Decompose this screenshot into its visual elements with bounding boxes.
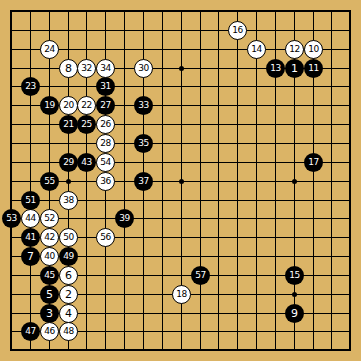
stone-white-24[interactable]: 24 xyxy=(40,40,59,59)
move-number: 18 xyxy=(176,290,186,299)
move-number: 4 xyxy=(65,308,72,319)
stone-black-1[interactable]: 1 xyxy=(285,59,304,78)
stone-white-22[interactable]: 22 xyxy=(77,96,96,115)
stone-black-53[interactable]: 53 xyxy=(2,209,21,228)
star-point xyxy=(292,292,297,297)
move-number: 10 xyxy=(308,45,318,54)
move-number: 27 xyxy=(100,101,110,110)
stone-white-10[interactable]: 10 xyxy=(304,40,323,59)
grid-line-vertical xyxy=(200,11,201,350)
move-number: 46 xyxy=(44,327,54,336)
move-number: 39 xyxy=(119,214,129,223)
move-number: 48 xyxy=(63,327,73,336)
stone-black-13[interactable]: 13 xyxy=(266,59,285,78)
move-number: 29 xyxy=(63,158,73,167)
move-number: 41 xyxy=(25,233,35,242)
move-number: 40 xyxy=(44,252,54,261)
move-number: 43 xyxy=(81,158,91,167)
stone-white-46[interactable]: 46 xyxy=(40,322,59,341)
stone-black-29[interactable]: 29 xyxy=(59,153,78,172)
move-number: 32 xyxy=(81,64,91,73)
move-number: 30 xyxy=(138,64,148,73)
stone-white-52[interactable]: 52 xyxy=(40,209,59,228)
stone-black-23[interactable]: 23 xyxy=(21,77,40,96)
move-number: 42 xyxy=(44,233,54,242)
move-number: 51 xyxy=(25,196,35,205)
stone-black-21[interactable]: 21 xyxy=(59,115,78,134)
move-number: 33 xyxy=(138,101,148,110)
stone-black-33[interactable]: 33 xyxy=(134,96,153,115)
stone-white-40[interactable]: 40 xyxy=(40,247,59,266)
stone-white-38[interactable]: 38 xyxy=(59,191,78,210)
move-number: 50 xyxy=(63,233,73,242)
stone-black-37[interactable]: 37 xyxy=(134,172,153,191)
move-number: 13 xyxy=(270,64,280,73)
stone-white-34[interactable]: 34 xyxy=(96,59,115,78)
move-number: 36 xyxy=(100,177,110,186)
stone-white-36[interactable]: 36 xyxy=(96,172,115,191)
stone-black-55[interactable]: 55 xyxy=(40,172,59,191)
move-number: 34 xyxy=(100,64,110,73)
star-point xyxy=(179,66,184,71)
stone-white-4[interactable]: 4 xyxy=(59,304,78,323)
move-number: 9 xyxy=(291,308,298,319)
stone-white-28[interactable]: 28 xyxy=(96,134,115,153)
go-board[interactable]: 1234567891011121314151617181920212223242… xyxy=(0,0,361,361)
move-number: 12 xyxy=(289,45,299,54)
move-number: 19 xyxy=(44,101,54,110)
move-number: 47 xyxy=(25,327,35,336)
stone-white-26[interactable]: 26 xyxy=(96,115,115,134)
grid-line-vertical xyxy=(331,11,332,350)
move-number: 44 xyxy=(25,214,35,223)
move-number: 49 xyxy=(63,252,73,261)
stone-black-27[interactable]: 27 xyxy=(96,96,115,115)
move-number: 28 xyxy=(100,139,110,148)
stone-white-44[interactable]: 44 xyxy=(21,209,40,228)
move-number: 6 xyxy=(65,270,72,281)
stone-black-15[interactable]: 15 xyxy=(285,266,304,285)
move-number: 7 xyxy=(27,251,34,262)
move-number: 16 xyxy=(232,26,242,35)
stone-black-31[interactable]: 31 xyxy=(96,77,115,96)
stone-black-41[interactable]: 41 xyxy=(21,228,40,247)
stone-white-54[interactable]: 54 xyxy=(96,153,115,172)
move-number: 11 xyxy=(308,64,318,73)
stone-white-32[interactable]: 32 xyxy=(77,59,96,78)
move-number: 5 xyxy=(46,289,53,300)
move-number: 57 xyxy=(195,271,205,280)
move-number: 24 xyxy=(44,45,54,54)
move-number: 25 xyxy=(81,120,91,129)
stone-black-57[interactable]: 57 xyxy=(191,266,210,285)
stone-black-5[interactable]: 5 xyxy=(40,285,59,304)
move-number: 15 xyxy=(289,271,299,280)
stone-white-2[interactable]: 2 xyxy=(59,285,78,304)
move-number: 26 xyxy=(100,120,110,129)
grid-line-vertical xyxy=(237,11,238,350)
move-number: 3 xyxy=(46,308,53,319)
move-number: 14 xyxy=(251,45,261,54)
stone-black-39[interactable]: 39 xyxy=(115,209,134,228)
star-point xyxy=(292,179,297,184)
move-number: 55 xyxy=(44,177,54,186)
stone-black-43[interactable]: 43 xyxy=(77,153,96,172)
stone-black-3[interactable]: 3 xyxy=(40,304,59,323)
move-number: 17 xyxy=(308,158,318,167)
move-number: 53 xyxy=(6,214,16,223)
move-number: 8 xyxy=(65,63,72,74)
grid-line-vertical xyxy=(256,11,257,350)
stone-black-19[interactable]: 19 xyxy=(40,96,59,115)
stone-white-48[interactable]: 48 xyxy=(59,322,78,341)
stone-black-45[interactable]: 45 xyxy=(40,266,59,285)
stone-white-8[interactable]: 8 xyxy=(59,59,78,78)
stone-black-35[interactable]: 35 xyxy=(134,134,153,153)
stone-white-18[interactable]: 18 xyxy=(172,285,191,304)
move-number: 31 xyxy=(100,82,110,91)
stone-black-9[interactable]: 9 xyxy=(285,304,304,323)
move-number: 20 xyxy=(63,101,73,110)
stone-black-49[interactable]: 49 xyxy=(59,247,78,266)
move-number: 52 xyxy=(44,214,54,223)
stone-black-51[interactable]: 51 xyxy=(21,191,40,210)
stone-white-30[interactable]: 30 xyxy=(134,59,153,78)
move-number: 22 xyxy=(81,101,91,110)
move-number: 37 xyxy=(138,177,148,186)
move-number: 38 xyxy=(63,196,73,205)
stone-black-25[interactable]: 25 xyxy=(77,115,96,134)
stone-white-20[interactable]: 20 xyxy=(59,96,78,115)
star-point xyxy=(179,179,184,184)
stone-white-14[interactable]: 14 xyxy=(247,40,266,59)
stone-white-16[interactable]: 16 xyxy=(228,21,247,40)
stone-white-42[interactable]: 42 xyxy=(40,228,59,247)
move-number: 23 xyxy=(25,82,35,91)
stone-black-47[interactable]: 47 xyxy=(21,322,40,341)
move-number: 56 xyxy=(100,233,110,242)
stone-black-7[interactable]: 7 xyxy=(21,247,40,266)
move-number: 2 xyxy=(65,289,72,300)
grid-line-vertical xyxy=(218,11,219,350)
stone-white-6[interactable]: 6 xyxy=(59,266,78,285)
stone-white-12[interactable]: 12 xyxy=(285,40,304,59)
move-number: 45 xyxy=(44,271,54,280)
stone-white-50[interactable]: 50 xyxy=(59,228,78,247)
star-point xyxy=(66,179,71,184)
grid-line-horizontal xyxy=(11,218,350,219)
stone-black-17[interactable]: 17 xyxy=(304,153,323,172)
stone-black-11[interactable]: 11 xyxy=(304,59,323,78)
move-number: 54 xyxy=(100,158,110,167)
move-number: 35 xyxy=(138,139,148,148)
move-number: 21 xyxy=(63,120,73,129)
stone-white-56[interactable]: 56 xyxy=(96,228,115,247)
move-number: 1 xyxy=(291,63,298,74)
